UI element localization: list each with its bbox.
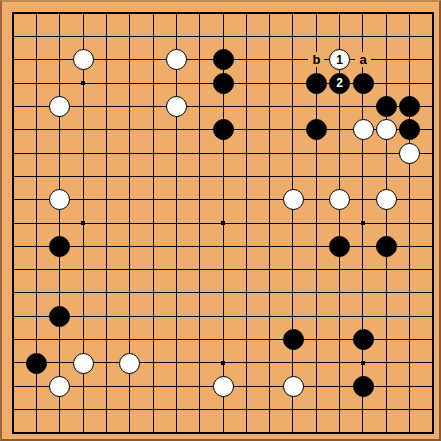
intersection-3-11 [72, 258, 95, 281]
intersection-18-14 [421, 328, 441, 351]
intersection-7-16 [165, 374, 188, 397]
intersection-2-11 [48, 258, 71, 281]
intersection-1-8 [25, 188, 48, 211]
intersection-17-1 [398, 25, 421, 48]
intersection-16-9 [374, 211, 397, 234]
intersection-4-0 [95, 2, 118, 25]
intersection-14-14 [328, 328, 351, 351]
intersection-11-10 [258, 235, 281, 258]
intersection-11-5 [258, 118, 281, 141]
intersection-1-14 [25, 328, 48, 351]
intersection-18-13 [421, 305, 441, 328]
intersection-5-16 [118, 374, 141, 397]
star-point [221, 361, 225, 365]
intersection-13-15 [305, 351, 328, 374]
intersection-2-6 [48, 141, 71, 164]
intersection-4-7 [95, 165, 118, 188]
intersection-9-17 [211, 398, 234, 421]
intersection-11-15 [258, 351, 281, 374]
intersection-18-9 [421, 211, 441, 234]
intersection-18-2 [421, 48, 441, 71]
black-stone [213, 119, 234, 140]
intersection-10-0 [235, 2, 258, 25]
white-stone [166, 96, 187, 117]
intersection-10-16 [235, 374, 258, 397]
intersection-6-11 [141, 258, 164, 281]
intersection-17-15 [398, 351, 421, 374]
intersection-0-18 [2, 421, 25, 441]
black-stone [329, 236, 350, 257]
intersection-4-15 [95, 351, 118, 374]
intersection-1-18 [25, 421, 48, 441]
intersection-12-0 [281, 2, 304, 25]
intersection-0-4 [2, 95, 25, 118]
intersection-15-18 [351, 421, 374, 441]
intersection-8-9 [188, 211, 211, 234]
intersection-3-16 [72, 374, 95, 397]
intersection-11-17 [258, 398, 281, 421]
intersection-3-6 [72, 141, 95, 164]
intersection-6-0 [141, 2, 164, 25]
intersection-5-13 [118, 305, 141, 328]
intersection-16-12 [374, 281, 397, 304]
intersection-10-9 [235, 211, 258, 234]
intersection-10-14 [235, 328, 258, 351]
intersection-14-13 [328, 305, 351, 328]
intersection-5-1 [118, 25, 141, 48]
intersection-13-4 [305, 95, 328, 118]
intersection-1-11 [25, 258, 48, 281]
intersection-12-15 [281, 351, 304, 374]
intersection-10-17 [235, 398, 258, 421]
intersection-14-15 [328, 351, 351, 374]
intersection-8-17 [188, 398, 211, 421]
intersection-15-8 [351, 188, 374, 211]
intersection-11-12 [258, 281, 281, 304]
intersection-0-17 [2, 398, 25, 421]
intersection-0-13 [2, 305, 25, 328]
intersection-6-18 [141, 421, 164, 441]
intersection-6-6 [141, 141, 164, 164]
intersection-16-13 [374, 305, 397, 328]
intersection-17-2 [398, 48, 421, 71]
intersection-3-0 [72, 2, 95, 25]
intersection-16-15 [374, 351, 397, 374]
intersection-6-7 [141, 165, 164, 188]
intersection-17-11 [398, 258, 421, 281]
intersection-2-18 [48, 421, 71, 441]
intersection-17-3 [398, 72, 421, 95]
intersection-7-5 [165, 118, 188, 141]
star-point [81, 221, 85, 225]
black-stone [26, 353, 47, 374]
intersection-5-3 [118, 72, 141, 95]
intersection-3-5 [72, 118, 95, 141]
intersection-8-12 [188, 281, 211, 304]
intersection-1-4 [25, 95, 48, 118]
intersection-11-1 [258, 25, 281, 48]
intersection-15-4 [351, 95, 374, 118]
intersection-4-12 [95, 281, 118, 304]
intersection-2-0 [48, 2, 71, 25]
intersection-12-10 [281, 235, 304, 258]
intersection-8-2 [188, 48, 211, 71]
intersection-15-12 [351, 281, 374, 304]
point-label-b: b [308, 52, 324, 67]
intersection-3-12 [72, 281, 95, 304]
intersection-10-12 [235, 281, 258, 304]
intersection-16-14 [374, 328, 397, 351]
intersection-15-11 [351, 258, 374, 281]
intersection-13-12 [305, 281, 328, 304]
intersection-10-2 [235, 48, 258, 71]
intersection-17-16 [398, 374, 421, 397]
intersection-15-6 [351, 141, 374, 164]
intersection-8-7 [188, 165, 211, 188]
intersection-16-18 [374, 421, 397, 441]
white-stone [376, 189, 397, 210]
intersection-7-6 [165, 141, 188, 164]
intersection-6-4 [141, 95, 164, 118]
intersection-14-18 [328, 421, 351, 441]
intersection-17-9 [398, 211, 421, 234]
intersection-0-9 [2, 211, 25, 234]
intersection-5-5 [118, 118, 141, 141]
intersection-11-8 [258, 188, 281, 211]
intersection-0-11 [2, 258, 25, 281]
intersection-10-6 [235, 141, 258, 164]
intersection-10-5 [235, 118, 258, 141]
intersection-8-8 [188, 188, 211, 211]
intersection-14-11 [328, 258, 351, 281]
intersection-4-3 [95, 72, 118, 95]
intersection-5-8 [118, 188, 141, 211]
intersection-0-7 [2, 165, 25, 188]
intersection-3-1 [72, 25, 95, 48]
intersection-2-7 [48, 165, 71, 188]
intersection-12-11 [281, 258, 304, 281]
black-stone [353, 329, 374, 350]
intersection-4-8 [95, 188, 118, 211]
intersection-5-18 [118, 421, 141, 441]
intersection-10-18 [235, 421, 258, 441]
black-stone [353, 73, 374, 94]
intersection-15-13 [351, 305, 374, 328]
intersection-13-6 [305, 141, 328, 164]
intersection-4-10 [95, 235, 118, 258]
intersection-18-0 [421, 2, 441, 25]
intersection-13-8 [305, 188, 328, 211]
intersection-18-12 [421, 281, 441, 304]
intersection-2-9 [48, 211, 71, 234]
intersection-2-2 [48, 48, 71, 71]
intersection-5-7 [118, 165, 141, 188]
intersection-12-18 [281, 421, 304, 441]
intersection-10-7 [235, 165, 258, 188]
black-stone [213, 73, 234, 94]
intersection-12-17 [281, 398, 304, 421]
intersection-0-8 [2, 188, 25, 211]
intersection-8-5 [188, 118, 211, 141]
intersection-14-17 [328, 398, 351, 421]
intersection-13-10 [305, 235, 328, 258]
intersection-17-18 [398, 421, 421, 441]
intersection-0-0 [2, 2, 25, 25]
intersection-7-13 [165, 305, 188, 328]
intersection-15-17 [351, 398, 374, 421]
intersection-8-0 [188, 2, 211, 25]
intersection-5-4 [118, 95, 141, 118]
intersection-5-9 [118, 211, 141, 234]
intersection-6-5 [141, 118, 164, 141]
intersection-11-2 [258, 48, 281, 71]
intersection-0-10 [2, 235, 25, 258]
intersection-5-11 [118, 258, 141, 281]
intersection-8-16 [188, 374, 211, 397]
intersection-18-3 [421, 72, 441, 95]
intersection-3-13 [72, 305, 95, 328]
intersection-13-9 [305, 211, 328, 234]
intersection-6-10 [141, 235, 164, 258]
intersection-1-0 [25, 2, 48, 25]
intersection-13-1 [305, 25, 328, 48]
intersection-2-15 [48, 351, 71, 374]
intersection-5-10 [118, 235, 141, 258]
intersection-11-18 [258, 421, 281, 441]
intersection-6-1 [141, 25, 164, 48]
intersection-17-13 [398, 305, 421, 328]
white-stone [283, 376, 304, 397]
intersection-2-5 [48, 118, 71, 141]
intersection-1-12 [25, 281, 48, 304]
intersection-18-4 [421, 95, 441, 118]
intersection-18-16 [421, 374, 441, 397]
intersection-1-2 [25, 48, 48, 71]
intersection-18-17 [421, 398, 441, 421]
black-stone [353, 376, 374, 397]
intersection-1-7 [25, 165, 48, 188]
intersection-5-0 [118, 2, 141, 25]
intersection-0-15 [2, 351, 25, 374]
intersection-13-0 [305, 2, 328, 25]
intersection-15-10 [351, 235, 374, 258]
intersection-8-15 [188, 351, 211, 374]
intersection-1-6 [25, 141, 48, 164]
intersection-18-18 [421, 421, 441, 441]
intersection-7-9 [165, 211, 188, 234]
intersection-6-12 [141, 281, 164, 304]
intersection-3-10 [72, 235, 95, 258]
intersection-7-15 [165, 351, 188, 374]
intersection-17-17 [398, 398, 421, 421]
intersection-4-16 [95, 374, 118, 397]
intersection-16-7 [374, 165, 397, 188]
intersection-16-16 [374, 374, 397, 397]
intersection-9-6 [211, 141, 234, 164]
intersection-6-15 [141, 351, 164, 374]
intersection-7-10 [165, 235, 188, 258]
intersection-9-1 [211, 25, 234, 48]
intersection-14-0 [328, 2, 351, 25]
intersection-14-4 [328, 95, 351, 118]
intersection-5-2 [118, 48, 141, 71]
intersection-14-7 [328, 165, 351, 188]
intersection-4-11 [95, 258, 118, 281]
intersection-10-10 [235, 235, 258, 258]
white-stone [119, 353, 140, 374]
intersection-0-5 [2, 118, 25, 141]
intersection-0-2 [2, 48, 25, 71]
intersection-15-7 [351, 165, 374, 188]
intersection-0-3 [2, 72, 25, 95]
intersection-3-7 [72, 165, 95, 188]
intersection-0-6 [2, 141, 25, 164]
intersection-18-15 [421, 351, 441, 374]
intersection-9-7 [211, 165, 234, 188]
intersection-0-1 [2, 25, 25, 48]
intersection-8-13 [188, 305, 211, 328]
intersection-0-12 [2, 281, 25, 304]
intersection-10-8 [235, 188, 258, 211]
intersection-9-11 [211, 258, 234, 281]
intersection-1-10 [25, 235, 48, 258]
intersection-6-17 [141, 398, 164, 421]
intersection-17-12 [398, 281, 421, 304]
intersection-0-14 [2, 328, 25, 351]
intersection-7-1 [165, 25, 188, 48]
intersection-14-6 [328, 141, 351, 164]
intersection-10-1 [235, 25, 258, 48]
intersection-1-5 [25, 118, 48, 141]
intersection-12-4 [281, 95, 304, 118]
intersection-1-13 [25, 305, 48, 328]
black-stone [283, 329, 304, 350]
intersection-12-5 [281, 118, 304, 141]
intersection-9-18 [211, 421, 234, 441]
white-stone [353, 119, 374, 140]
intersection-7-8 [165, 188, 188, 211]
intersection-13-14 [305, 328, 328, 351]
intersection-14-9 [328, 211, 351, 234]
intersection-6-3 [141, 72, 164, 95]
black-stone [213, 49, 234, 70]
intersection-10-15 [235, 351, 258, 374]
intersection-2-14 [48, 328, 71, 351]
intersection-9-12 [211, 281, 234, 304]
intersection-1-1 [25, 25, 48, 48]
intersection-3-17 [72, 398, 95, 421]
intersection-7-3 [165, 72, 188, 95]
white-stone [73, 353, 94, 374]
intersection-8-4 [188, 95, 211, 118]
intersection-12-6 [281, 141, 304, 164]
intersection-4-9 [95, 211, 118, 234]
intersection-4-6 [95, 141, 118, 164]
intersection-3-4 [72, 95, 95, 118]
intersection-11-4 [258, 95, 281, 118]
star-point [361, 221, 365, 225]
point-label-a: a [355, 52, 371, 67]
intersection-16-17 [374, 398, 397, 421]
black-stone-marked-2: 2 [329, 73, 350, 94]
intersection-2-3 [48, 72, 71, 95]
intersection-18-11 [421, 258, 441, 281]
intersection-11-9 [258, 211, 281, 234]
intersection-2-17 [48, 398, 71, 421]
white-stone [213, 376, 234, 397]
intersection-4-13 [95, 305, 118, 328]
intersection-18-6 [421, 141, 441, 164]
intersection-11-3 [258, 72, 281, 95]
intersection-15-0 [351, 2, 374, 25]
intersection-8-6 [188, 141, 211, 164]
intersection-14-1 [328, 25, 351, 48]
intersection-7-7 [165, 165, 188, 188]
intersection-14-16 [328, 374, 351, 397]
intersection-1-3 [25, 72, 48, 95]
intersection-6-13 [141, 305, 164, 328]
white-stone [283, 189, 304, 210]
intersection-5-12 [118, 281, 141, 304]
intersection-12-13 [281, 305, 304, 328]
intersection-9-0 [211, 2, 234, 25]
intersection-13-18 [305, 421, 328, 441]
intersection-17-10 [398, 235, 421, 258]
intersection-11-11 [258, 258, 281, 281]
intersection-7-11 [165, 258, 188, 281]
white-stone [399, 143, 420, 164]
intersection-9-14 [211, 328, 234, 351]
intersection-16-6 [374, 141, 397, 164]
black-stone [306, 73, 327, 94]
intersection-8-3 [188, 72, 211, 95]
intersection-4-18 [95, 421, 118, 441]
intersection-8-11 [188, 258, 211, 281]
intersection-6-9 [141, 211, 164, 234]
intersection-6-2 [141, 48, 164, 71]
intersection-2-12 [48, 281, 71, 304]
star-point [221, 221, 225, 225]
intersection-10-4 [235, 95, 258, 118]
intersection-9-4 [211, 95, 234, 118]
intersection-14-12 [328, 281, 351, 304]
intersection-18-1 [421, 25, 441, 48]
intersection-15-1 [351, 25, 374, 48]
intersection-11-13 [258, 305, 281, 328]
intersection-11-16 [258, 374, 281, 397]
intersection-11-7 [258, 165, 281, 188]
intersection-10-11 [235, 258, 258, 281]
intersection-5-6 [118, 141, 141, 164]
intersection-18-5 [421, 118, 441, 141]
intersection-18-10 [421, 235, 441, 258]
intersection-8-10 [188, 235, 211, 258]
intersection-18-8 [421, 188, 441, 211]
intersection-4-1 [95, 25, 118, 48]
intersection-4-14 [95, 328, 118, 351]
intersection-11-6 [258, 141, 281, 164]
black-stone [376, 236, 397, 257]
intersection-4-4 [95, 95, 118, 118]
intersection-12-7 [281, 165, 304, 188]
intersection-18-7 [421, 165, 441, 188]
go-board: 12ba [0, 0, 441, 441]
intersection-13-11 [305, 258, 328, 281]
star-point [81, 81, 85, 85]
intersection-12-12 [281, 281, 304, 304]
intersection-14-5 [328, 118, 351, 141]
intersection-11-14 [258, 328, 281, 351]
